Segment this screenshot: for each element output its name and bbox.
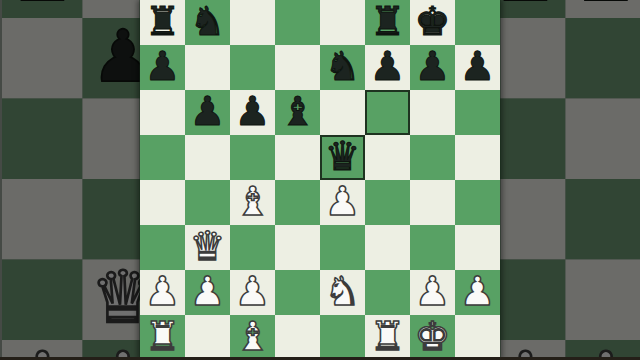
square-a5[interactable]	[140, 135, 185, 180]
white-pawn-piece: ♟	[190, 269, 226, 314]
square-b3[interactable]: ♛	[185, 225, 230, 270]
white-rook-piece: ♜	[145, 314, 181, 359]
square-f3[interactable]	[365, 225, 410, 270]
square-b2[interactable]: ♟	[185, 270, 230, 315]
black-pawn-piece: ♟	[415, 44, 451, 89]
square-h5[interactable]	[455, 135, 500, 180]
square-a4[interactable]	[140, 180, 185, 225]
black-pawn-piece: ♟	[190, 89, 226, 134]
square-f4[interactable]	[365, 180, 410, 225]
black-pawn-piece: ♟	[370, 44, 406, 89]
square-c4[interactable]: ♝	[230, 180, 275, 225]
square-d1[interactable]	[275, 315, 320, 360]
black-pawn-piece: ♟	[574, 0, 638, 16]
square-b1[interactable]	[185, 315, 230, 360]
square-a2[interactable]: ♟	[140, 270, 185, 315]
square-g7[interactable]: ♟	[410, 45, 455, 90]
square-e1[interactable]	[320, 315, 365, 360]
square-g4[interactable]	[410, 180, 455, 225]
white-pawn-piece: ♟	[460, 269, 496, 314]
black-king-piece: ♚	[415, 0, 451, 44]
square-c2[interactable]: ♟	[230, 270, 275, 315]
square-a4	[2, 179, 83, 260]
square-e7[interactable]: ♞	[320, 45, 365, 90]
square-a3	[2, 260, 83, 341]
white-pawn-piece: ♟	[325, 179, 361, 224]
white-pawn-piece: ♟	[145, 269, 181, 314]
square-g5[interactable]	[410, 135, 455, 180]
square-h4[interactable]	[455, 180, 500, 225]
black-rook-piece: ♜	[370, 0, 406, 44]
square-c5[interactable]	[230, 135, 275, 180]
square-f6[interactable]	[365, 90, 410, 135]
square-c1[interactable]: ♝	[230, 315, 275, 360]
square-b7[interactable]	[185, 45, 230, 90]
square-g1[interactable]: ♚	[410, 315, 455, 360]
square-d4[interactable]	[275, 180, 320, 225]
square-e8[interactable]	[320, 0, 365, 45]
square-e5[interactable]: ♛	[320, 135, 365, 180]
square-b4[interactable]	[185, 180, 230, 225]
square-a3[interactable]	[140, 225, 185, 270]
square-e6[interactable]	[320, 90, 365, 135]
square-a8[interactable]: ♜	[140, 0, 185, 45]
square-a6[interactable]	[140, 90, 185, 135]
square-h7: ♟	[566, 0, 640, 18]
black-rook-piece: ♜	[145, 0, 181, 44]
square-d8[interactable]	[275, 0, 320, 45]
square-h7[interactable]: ♟	[455, 45, 500, 90]
white-bishop-piece: ♝	[235, 314, 271, 359]
black-bishop-piece: ♝	[280, 89, 316, 134]
square-f8[interactable]: ♜	[365, 0, 410, 45]
square-f5[interactable]	[365, 135, 410, 180]
square-d6[interactable]: ♝	[275, 90, 320, 135]
square-b5[interactable]	[185, 135, 230, 180]
square-b8[interactable]: ♞	[185, 0, 230, 45]
square-e4[interactable]: ♟	[320, 180, 365, 225]
square-h3	[566, 260, 640, 341]
square-f2[interactable]	[365, 270, 410, 315]
white-pawn-piece: ♟	[235, 269, 271, 314]
square-b6[interactable]: ♟	[185, 90, 230, 135]
square-d2[interactable]	[275, 270, 320, 315]
black-pawn-piece: ♟	[235, 89, 271, 134]
square-d5[interactable]	[275, 135, 320, 180]
square-h1[interactable]	[455, 315, 500, 360]
square-a6	[2, 18, 83, 99]
square-c8[interactable]	[230, 0, 275, 45]
square-c7[interactable]	[230, 45, 275, 90]
black-pawn-piece: ♟	[145, 44, 181, 89]
black-queen-piece: ♛	[325, 134, 361, 179]
square-h6	[566, 18, 640, 99]
square-h2[interactable]: ♟	[455, 270, 500, 315]
square-e2[interactable]: ♞	[320, 270, 365, 315]
black-knight-piece: ♞	[190, 0, 226, 44]
white-bishop-piece: ♝	[235, 179, 271, 224]
square-c6[interactable]: ♟	[230, 90, 275, 135]
square-g2[interactable]: ♟	[410, 270, 455, 315]
square-d3[interactable]	[275, 225, 320, 270]
square-f1[interactable]: ♜	[365, 315, 410, 360]
square-e3[interactable]	[320, 225, 365, 270]
square-a1[interactable]: ♜	[140, 315, 185, 360]
black-pawn-piece: ♟	[10, 0, 74, 16]
white-king-piece: ♚	[415, 314, 451, 359]
black-knight-piece: ♞	[325, 44, 361, 89]
square-h5	[566, 99, 640, 180]
square-g3[interactable]	[410, 225, 455, 270]
white-rook-piece: ♜	[370, 314, 406, 359]
square-h3[interactable]	[455, 225, 500, 270]
square-a7[interactable]: ♟	[140, 45, 185, 90]
square-h8[interactable]	[455, 0, 500, 45]
chess-board[interactable]: ♜♞♜♚♟♞♟♟♟♟♟♝♛♝♟♛♟♟♟♞♟♟♜♝♜♚	[140, 0, 500, 360]
white-pawn-piece: ♟	[415, 269, 451, 314]
square-h6[interactable]	[455, 90, 500, 135]
square-h4	[566, 179, 640, 260]
square-a5	[2, 99, 83, 180]
square-d7[interactable]	[275, 45, 320, 90]
black-pawn-piece: ♟	[460, 44, 496, 89]
white-queen-piece: ♛	[190, 224, 226, 269]
square-g6[interactable]	[410, 90, 455, 135]
black-pawn-piece: ♟	[493, 0, 557, 16]
square-f7[interactable]: ♟	[365, 45, 410, 90]
square-a7: ♟	[2, 0, 83, 18]
square-c3[interactable]	[230, 225, 275, 270]
square-g8[interactable]: ♚	[410, 0, 455, 45]
white-knight-piece: ♞	[325, 269, 361, 314]
